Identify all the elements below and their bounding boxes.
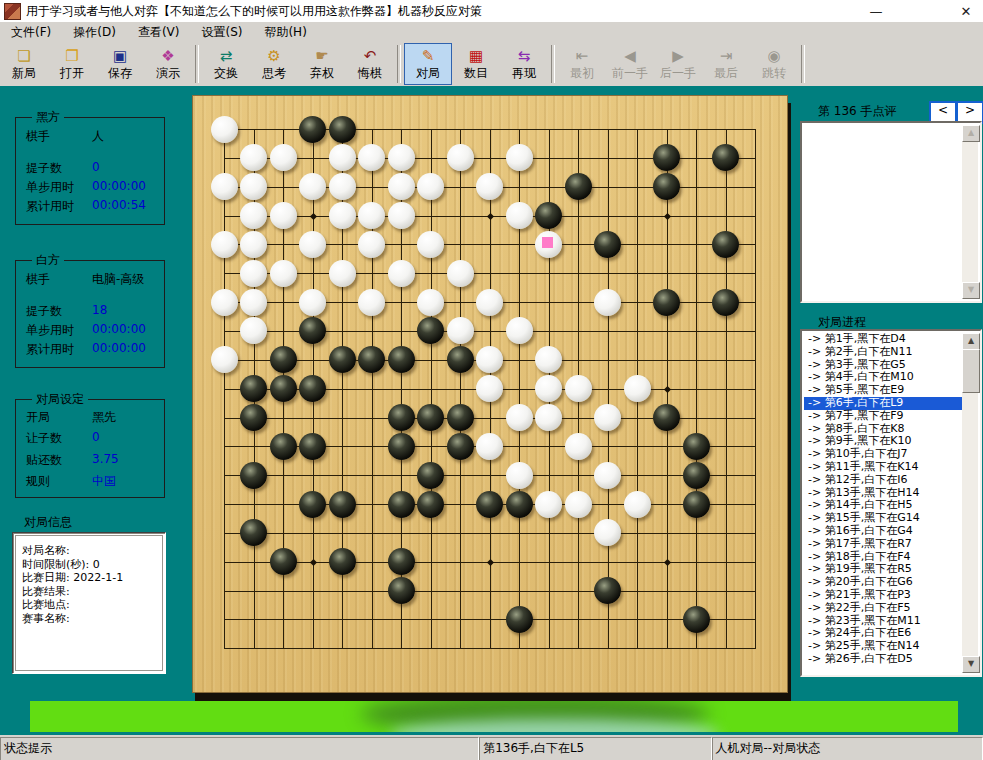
white-stone-B5 <box>240 231 267 258</box>
white-stone-L14 <box>535 491 562 518</box>
white-stone-O14 <box>624 491 651 518</box>
undo-icon: ↶ <box>364 49 377 66</box>
toolbar: ❏新局❐打开▣保存❖演示⇄交换⚙思考☛弃权↶悔棋✎对局▦数目⇆再现⇤最初◀前一手… <box>0 42 983 87</box>
white-stone-E6 <box>329 260 356 287</box>
think-button[interactable]: ⚙思考 <box>250 43 298 85</box>
black-stone-G11 <box>388 404 415 431</box>
undo-button[interactable]: ↶悔棋 <box>346 43 394 85</box>
black-stone-P3 <box>653 173 680 200</box>
move-list-item[interactable]: -> 第11手,黑下在K14 <box>804 461 962 474</box>
black-stone-D8 <box>299 317 326 344</box>
white-stone-B3 <box>240 173 267 200</box>
info-line: 比赛结果: <box>22 585 160 599</box>
stat-row: 累计用时00:00:54 <box>26 198 160 214</box>
move-list-item[interactable]: -> 第22手,白下在F5 <box>804 602 962 615</box>
white-stone-D7 <box>299 289 326 316</box>
close-button[interactable]: ✕ <box>953 4 979 19</box>
toolbar-button-label: 保存 <box>108 67 132 79</box>
move-list-item[interactable]: -> 第16手,白下在G4 <box>804 525 962 538</box>
black-stone-R7 <box>712 289 739 316</box>
stat-value: 人 <box>92 128 104 145</box>
stat-label: 棋手 <box>26 272 50 286</box>
white-stone-H3 <box>417 173 444 200</box>
app-icon <box>4 3 21 20</box>
white-stone-K13 <box>506 462 533 489</box>
black-stone-B15 <box>240 519 267 546</box>
black-stone-M3 <box>565 173 592 200</box>
main-area: 黑方棋手人提子数0单步用时00:00:00累计用时00:00:54白方棋手电脑-… <box>0 86 983 735</box>
black-stone-G17 <box>388 577 415 604</box>
play-icon: ✎ <box>422 49 435 66</box>
black-stone-K18 <box>506 606 533 633</box>
demo-icon: ❖ <box>161 49 174 66</box>
scroll-thumb[interactable] <box>962 349 980 393</box>
stat-value: 3.75 <box>92 452 119 466</box>
black-stone-I11 <box>447 404 474 431</box>
menu-item[interactable]: 操作(D) <box>62 22 127 43</box>
white-stone-H5 <box>417 231 444 258</box>
grid-line <box>224 591 756 592</box>
black-stone-B11 <box>240 404 267 431</box>
white-stone-G6 <box>388 260 415 287</box>
toolbar-button-label: 打开 <box>60 67 84 79</box>
toolbar-button-label: 数目 <box>464 67 488 79</box>
open-button[interactable]: ❐打开 <box>48 43 96 85</box>
black-stone-R5 <box>712 231 739 258</box>
black-stone-K14 <box>506 491 533 518</box>
white-stone-E3 <box>329 173 356 200</box>
white-stone-C4 <box>270 202 297 229</box>
comment-scrollbar[interactable]: ▲ ▼ <box>962 125 978 299</box>
toolbar-separator <box>551 45 555 83</box>
comment-header-label: 第 136 手点评 <box>818 103 897 120</box>
move-list-item[interactable]: -> 第2手,白下在N11 <box>804 346 962 359</box>
scroll-down-icon[interactable]: ▼ <box>962 282 980 299</box>
white-stone-O10 <box>624 375 651 402</box>
info-line: 比赛日期: 2022-1-1 <box>22 571 160 585</box>
white-stone-F7 <box>358 289 385 316</box>
black-stone-Q14 <box>683 491 710 518</box>
stat-label: 棋手 <box>26 129 50 143</box>
white-stone-B8 <box>240 317 267 344</box>
white-stone-B2 <box>240 144 267 171</box>
star-point <box>487 213 494 220</box>
black-stone-E1 <box>329 116 356 143</box>
new-game-icon: ❏ <box>17 49 30 66</box>
stat-value: 黑先 <box>92 409 116 426</box>
stat-row: 贴还数3.75 <box>26 452 160 468</box>
star-point <box>664 386 671 393</box>
white-stone-K8 <box>506 317 533 344</box>
comment-box[interactable]: ▲ ▼ <box>800 121 982 303</box>
stat-value: 00:00:54 <box>92 198 146 212</box>
stat-row: 单步用时00:00:00 <box>26 179 160 195</box>
black-stone-D10 <box>299 375 326 402</box>
black-stone-B13 <box>240 462 267 489</box>
toolbar-button-label: 前一手 <box>612 67 648 79</box>
menu-bar: 文件(F)操作(D)查看(V)设置(S)帮助(H) <box>0 22 983 42</box>
stat-row: 棋手人 <box>26 128 160 144</box>
group-box: 对局设定开局黑先让子数0贴还数3.75规则中国 <box>15 399 165 498</box>
white-stone-B4 <box>240 202 267 229</box>
stat-row: 棋手电脑-高级 <box>26 271 160 287</box>
toolbar-button-label: 对局 <box>416 67 440 79</box>
white-stone-D3 <box>299 173 326 200</box>
black-stone-I12 <box>447 433 474 460</box>
stat-value: 0 <box>92 160 100 174</box>
white-stone-K11 <box>506 404 533 431</box>
stat-label: 累计用时 <box>26 199 74 213</box>
move-list-item[interactable]: -> 第17手,黑下在R7 <box>804 538 962 551</box>
menu-item[interactable]: 设置(S) <box>190 22 253 43</box>
star-point <box>664 559 671 566</box>
swap-button[interactable]: ⇄交换 <box>202 43 250 85</box>
stat-row: 单步用时00:00:00 <box>26 322 160 338</box>
pass-button[interactable]: ☛弃权 <box>298 43 346 85</box>
scroll-up-icon[interactable]: ▲ <box>962 333 980 350</box>
scroll-down-icon[interactable]: ▼ <box>962 656 980 673</box>
toolbar-button-label: 最后 <box>714 67 738 79</box>
first-button[interactable]: ⇤最初 <box>558 43 606 85</box>
white-stone-G3 <box>388 173 415 200</box>
black-stone-D12 <box>299 433 326 460</box>
grid-line <box>224 533 756 534</box>
white-stone-K4 <box>506 202 533 229</box>
info-line: 时间限制(秒): 0 <box>22 558 160 572</box>
move-list-scrollbar[interactable]: ▲ ▼ <box>962 333 978 673</box>
white-stone-C2 <box>270 144 297 171</box>
white-stone-J9 <box>476 346 503 373</box>
white-stone-G2 <box>388 144 415 171</box>
white-stone-F4 <box>358 202 385 229</box>
next-icon: ▶ <box>672 49 684 66</box>
white-stone-I2 <box>447 144 474 171</box>
move-list-item[interactable]: -> 第21手,黑下在P3 <box>804 589 962 602</box>
info-box-title: 对局信息 <box>20 514 76 531</box>
white-stone-G4 <box>388 202 415 229</box>
black-stone-C12 <box>270 433 297 460</box>
demo-button[interactable]: ❖演示 <box>144 43 192 85</box>
toolbar-button-label: 演示 <box>156 67 180 79</box>
white-stone-A5 <box>211 231 238 258</box>
toolbar-button-label: 新局 <box>12 67 36 79</box>
white-stone-A9 <box>211 346 238 373</box>
grid-line <box>696 129 697 649</box>
white-stone-J10 <box>476 375 503 402</box>
white-stone-H7 <box>417 289 444 316</box>
jump-icon: ◉ <box>767 49 780 66</box>
white-stone-M12 <box>565 433 592 460</box>
menu-item[interactable]: 查看(V) <box>127 22 191 43</box>
star-point <box>664 213 671 220</box>
play-button[interactable]: ✎对局 <box>404 43 452 85</box>
white-stone-C6 <box>270 260 297 287</box>
stat-row: 让子数0 <box>26 430 160 446</box>
replay-button[interactable]: ⇆再现 <box>500 43 548 85</box>
black-stone-F9 <box>358 346 385 373</box>
white-stone-E4 <box>329 202 356 229</box>
white-stone-L11 <box>535 404 562 431</box>
group-box-title: 黑方 <box>32 109 64 126</box>
white-stone-D5 <box>299 231 326 258</box>
white-stone-N11 <box>594 404 621 431</box>
black-stone-E16 <box>329 548 356 575</box>
white-stone-J3 <box>476 173 503 200</box>
toolbar-group: ⇤最初◀前一手▶后一手⇥最后◉跳转 <box>558 43 798 85</box>
toolbar-button-label: 跳转 <box>762 67 786 79</box>
next-button[interactable]: ▶后一手 <box>654 43 702 85</box>
toolbar-button-label: 后一手 <box>660 67 696 79</box>
first-icon: ⇤ <box>576 49 589 66</box>
white-stone-A1 <box>211 116 238 143</box>
stat-label: 累计用时 <box>26 342 74 356</box>
black-stone-C10 <box>270 375 297 402</box>
toolbar-group: ⇄交换⚙思考☛弃权↶悔棋 <box>202 43 394 85</box>
stat-label: 规则 <box>26 474 50 488</box>
think-icon: ⚙ <box>267 49 280 66</box>
group-box-title: 对局设定 <box>32 391 88 408</box>
move-list-item[interactable]: -> 第1手,黑下在D4 <box>804 333 962 346</box>
stat-value: 电脑-高级 <box>92 271 144 288</box>
last-icon: ⇥ <box>720 49 733 66</box>
move-list-item[interactable]: -> 第25手,黑下在N14 <box>804 640 962 653</box>
black-stone-L4 <box>535 202 562 229</box>
white-stone-B7 <box>240 289 267 316</box>
black-stone-H11 <box>417 404 444 431</box>
grid-line <box>755 129 756 649</box>
stat-row: 开局黑先 <box>26 409 160 425</box>
last-button[interactable]: ⇥最后 <box>702 43 750 85</box>
white-stone-I8 <box>447 317 474 344</box>
grid-line <box>726 129 727 649</box>
previous-button[interactable]: ◀前一手 <box>606 43 654 85</box>
move-list-item[interactable]: -> 第6手,白下在L9 <box>804 397 962 410</box>
stat-label: 贴还数 <box>26 453 62 467</box>
black-stone-N17 <box>594 577 621 604</box>
toolbar-separator <box>195 45 199 83</box>
stat-label: 开局 <box>26 410 50 424</box>
black-stone-D14 <box>299 491 326 518</box>
white-stone-N7 <box>594 289 621 316</box>
white-stone-L9 <box>535 346 562 373</box>
stat-label: 让子数 <box>26 431 62 445</box>
stat-value: 00:00:00 <box>92 341 146 355</box>
grid-line <box>224 475 756 476</box>
move-list-item[interactable]: -> 第7手,黑下在F9 <box>804 410 962 423</box>
stat-value: 00:00:00 <box>92 322 146 336</box>
count-icon: ▦ <box>469 49 483 66</box>
status-section: 人机对局--对局状态 <box>712 737 983 760</box>
title-bar: 用于学习或者与他人对弈【不知道怎么下的时候可以用用这款作弊器】机器秒反应对策 —… <box>0 0 983 23</box>
swap-icon: ⇄ <box>220 49 233 66</box>
white-stone-A3 <box>211 173 238 200</box>
menu-item[interactable]: 文件(F) <box>0 22 62 43</box>
white-stone-J7 <box>476 289 503 316</box>
save-button[interactable]: ▣保存 <box>96 43 144 85</box>
group-box-title: 白方 <box>32 252 64 269</box>
white-stone-F5 <box>358 231 385 258</box>
black-stone-Q18 <box>683 606 710 633</box>
stat-value: 00:00:00 <box>92 179 146 193</box>
toolbar-group: ❏新局❐打开▣保存❖演示 <box>0 43 192 85</box>
white-stone-N13 <box>594 462 621 489</box>
move-list-item[interactable]: -> 第12手,白下在I6 <box>804 474 962 487</box>
stat-label: 提子数 <box>26 304 62 318</box>
stat-row: 提子数18 <box>26 303 160 319</box>
go-board[interactable] <box>192 95 788 693</box>
previous-icon: ◀ <box>624 49 636 66</box>
white-stone-F2 <box>358 144 385 171</box>
window-title: 用于学习或者与他人对弈【不知道怎么下的时候可以用用这款作弊器】机器秒反应对策 <box>26 3 863 20</box>
info-line: 赛事名称: <box>22 612 160 626</box>
stat-label: 单步用时 <box>26 180 74 194</box>
move-list: -> 第1手,黑下在D4-> 第2手,白下在N11-> 第3手,黑下在G5-> … <box>804 333 962 673</box>
toolbar-button-label: 交换 <box>214 67 238 79</box>
black-stone-Q13 <box>683 462 710 489</box>
stat-row: 规则中国 <box>26 473 160 489</box>
info-line: 比赛地点: <box>22 598 160 612</box>
toolbar-separator <box>397 45 401 83</box>
toolbar-separator <box>801 45 805 83</box>
black-stone-E14 <box>329 491 356 518</box>
ad-banner[interactable] <box>30 701 958 732</box>
stat-row: 提子数0 <box>26 160 160 176</box>
status-bar: 状态提示第136手,白下在L5人机对局--对局状态 <box>0 735 983 760</box>
black-stone-C9 <box>270 346 297 373</box>
black-stone-P7 <box>653 289 680 316</box>
white-stone-B6 <box>240 260 267 287</box>
white-stone-J12 <box>476 433 503 460</box>
stat-value: 中国 <box>92 473 116 490</box>
status-section: 状态提示 <box>0 737 479 760</box>
stat-label: 单步用时 <box>26 323 74 337</box>
black-stone-G9 <box>388 346 415 373</box>
move-list-item[interactable]: -> 第26手,白下在D5 <box>804 653 962 666</box>
menu-item[interactable]: 帮助(H) <box>253 22 317 43</box>
toolbar-button-label: 再现 <box>512 67 536 79</box>
white-stone-K2 <box>506 144 533 171</box>
star-point <box>487 559 494 566</box>
toolbar-button-label: 悔棋 <box>358 67 382 79</box>
black-stone-H14 <box>417 491 444 518</box>
white-stone-I6 <box>447 260 474 287</box>
black-stone-G12 <box>388 433 415 460</box>
white-stone-N15 <box>594 519 621 546</box>
black-stone-R2 <box>712 144 739 171</box>
jump-button[interactable]: ◉跳转 <box>750 43 798 85</box>
comment-text <box>804 125 962 299</box>
black-stone-J14 <box>476 491 503 518</box>
info-line: 对局名称: <box>22 544 160 558</box>
black-stone-Q12 <box>683 433 710 460</box>
group-box: 黑方棋手人提子数0单步用时00:00:00累计用时00:00:54 <box>15 117 165 225</box>
white-stone-L10 <box>535 375 562 402</box>
white-stone-A7 <box>211 289 238 316</box>
black-stone-P2 <box>653 144 680 171</box>
status-section: 第136手,白下在L5 <box>479 737 711 760</box>
stat-value: 0 <box>92 430 100 444</box>
count-button[interactable]: ▦数目 <box>452 43 500 85</box>
group-box: 白方棋手电脑-高级提子数18单步用时00:00:00累计用时00:00:00 <box>15 260 165 368</box>
replay-icon: ⇆ <box>518 49 531 66</box>
minimize-button[interactable]: — <box>863 4 889 19</box>
stat-label: 提子数 <box>26 161 62 175</box>
move-list-box[interactable]: -> 第1手,黑下在D4-> 第2手,白下在N11-> 第3手,黑下在G5-> … <box>800 329 982 677</box>
grid-line <box>608 129 609 649</box>
black-stone-P11 <box>653 404 680 431</box>
black-stone-C16 <box>270 548 297 575</box>
white-stone-M10 <box>565 375 592 402</box>
grid-line <box>224 648 756 649</box>
black-stone-G14 <box>388 491 415 518</box>
star-point <box>310 213 317 220</box>
black-stone-I9 <box>447 346 474 373</box>
grid-line <box>224 619 756 620</box>
stat-value: 18 <box>92 303 107 317</box>
new-game-button[interactable]: ❏新局 <box>0 43 48 85</box>
white-stone-E2 <box>329 144 356 171</box>
save-icon: ▣ <box>113 49 127 66</box>
toolbar-button-label: 思考 <box>262 67 286 79</box>
last-move-marker <box>542 237 553 248</box>
scroll-up-icon[interactable]: ▲ <box>962 125 980 142</box>
pass-icon: ☛ <box>315 49 328 66</box>
black-stone-H13 <box>417 462 444 489</box>
star-point <box>310 559 317 566</box>
stat-row: 累计用时00:00:00 <box>26 341 160 357</box>
app-window: 用于学习或者与他人对弈【不知道怎么下的时候可以用用这款作弊器】机器秒反应对策 —… <box>0 0 983 760</box>
black-stone-B10 <box>240 375 267 402</box>
toolbar-button-label: 最初 <box>570 67 594 79</box>
open-icon: ❐ <box>65 49 78 66</box>
black-stone-H8 <box>417 317 444 344</box>
black-stone-E9 <box>329 346 356 373</box>
black-stone-G16 <box>388 548 415 575</box>
toolbar-group: ✎对局▦数目⇆再现 <box>404 43 548 85</box>
toolbar-button-label: 弃权 <box>310 67 334 79</box>
black-stone-D1 <box>299 116 326 143</box>
game-info-box: 对局名称:时间限制(秒): 0比赛日期: 2022-1-1比赛结果:比赛地点:赛… <box>12 532 166 674</box>
game-info-lines: 对局名称:时间限制(秒): 0比赛日期: 2022-1-1比赛结果:比赛地点:赛… <box>15 535 163 671</box>
black-stone-N5 <box>594 231 621 258</box>
white-stone-M14 <box>565 491 592 518</box>
